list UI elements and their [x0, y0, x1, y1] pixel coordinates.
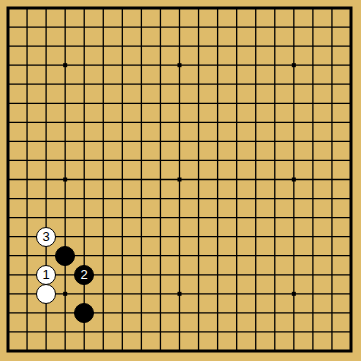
- stone-white-C5: 1: [36, 265, 56, 285]
- move-number-label: 2: [81, 268, 88, 281]
- move-number-label: 3: [42, 230, 49, 243]
- stone-black-D6: [55, 246, 75, 266]
- move-number-label: 1: [42, 268, 49, 281]
- stones-layer: 123: [0, 0, 361, 361]
- stone-white-C7: 3: [36, 227, 56, 247]
- go-board-diagram: 123: [0, 0, 361, 361]
- stone-white-C4: [36, 284, 56, 304]
- stone-black-E3: [74, 303, 94, 323]
- stone-black-E5: 2: [74, 265, 94, 285]
